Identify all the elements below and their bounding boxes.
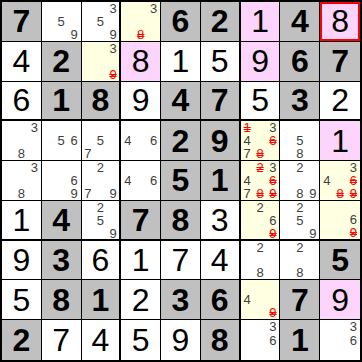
cell-r3c1[interactable]: 6	[2, 82, 42, 122]
empty-candidate-slot	[280, 174, 293, 187]
cell-r7c3[interactable]: 6	[82, 241, 122, 281]
pencil-marks: 69	[42, 161, 81, 200]
empty-candidate-slot	[28, 134, 41, 147]
cell-r9c4[interactable]: 5	[121, 320, 161, 360]
cell-value: 3	[172, 284, 190, 316]
cell-r7c2[interactable]: 3	[42, 241, 82, 281]
cell-r8c1[interactable]: 5	[2, 280, 42, 320]
pencil-marks: 69	[320, 201, 360, 239]
pencil-marks: 134678	[241, 121, 280, 160]
empty-candidate-slot	[320, 187, 333, 200]
empty-candidate-slot	[280, 214, 293, 227]
empty-candidate-slot	[107, 214, 120, 227]
empty-candidate-slot	[2, 134, 15, 147]
cell-r3c7[interactable]: 5	[241, 82, 281, 122]
empty-candidate-slot	[107, 55, 120, 68]
cell-value: 8	[211, 324, 229, 356]
cell-r4c8[interactable]: 58	[280, 121, 320, 161]
empty-candidate-slot	[55, 161, 68, 174]
cell-r9c3[interactable]: 4	[82, 320, 122, 360]
empty-candidate-slot	[241, 306, 254, 319]
cell-r4c2[interactable]: 56	[42, 121, 82, 161]
cell-r9c6[interactable]: 8	[201, 320, 241, 360]
pencil-marks: 49	[241, 280, 280, 319]
cell-value: 1	[52, 84, 70, 116]
eliminated-candidate-2: 2	[254, 161, 267, 174]
cell-r8c6[interactable]: 6	[201, 280, 241, 320]
cell-r4c4[interactable]: 46	[121, 121, 161, 161]
empty-candidate-slot	[320, 201, 333, 213]
empty-candidate-slot	[94, 187, 107, 200]
empty-candidate-slot	[241, 333, 254, 346]
cell-r3c2[interactable]: 1	[42, 82, 82, 122]
candidate-7: 7	[82, 187, 95, 200]
empty-candidate-slot	[134, 134, 147, 147]
cell-r5c6[interactable]: 1	[201, 161, 241, 201]
cell-r7c6[interactable]: 4	[201, 241, 241, 281]
cell-r9c9[interactable]: 36	[320, 320, 360, 360]
candidate-6: 6	[347, 213, 360, 226]
cell-r9c2[interactable]: 7	[42, 320, 82, 360]
empty-candidate-slot	[306, 161, 319, 174]
empty-candidate-slot	[241, 320, 254, 333]
cell-r3c8[interactable]: 3	[280, 82, 320, 122]
empty-candidate-slot	[320, 320, 333, 333]
cell-r7c5[interactable]: 7	[161, 241, 201, 281]
candidate-4: 4	[121, 174, 134, 187]
empty-candidate-slot	[320, 213, 333, 226]
empty-candidate-slot	[121, 187, 134, 200]
cell-r8c8[interactable]: 7	[280, 280, 320, 320]
empty-candidate-slot	[82, 55, 95, 68]
eliminated-candidate-9: 9	[347, 187, 360, 200]
cell-value: 6	[12, 84, 30, 116]
cell-r7c7[interactable]: 28	[241, 241, 281, 281]
cell-value: 6	[211, 284, 229, 316]
cell-value: 8	[172, 204, 190, 236]
cell-r6c7[interactable]: 269	[241, 201, 281, 241]
empty-candidate-slot	[267, 280, 280, 293]
empty-candidate-slot	[306, 201, 319, 214]
cell-value: 5	[172, 164, 190, 196]
cell-r3c5[interactable]: 4	[161, 82, 201, 122]
pencil-marks: 28	[241, 241, 280, 280]
empty-candidate-slot	[42, 174, 55, 187]
empty-candidate-slot	[241, 214, 254, 227]
cell-r6c5[interactable]: 8	[161, 201, 201, 241]
empty-candidate-slot	[42, 161, 55, 174]
empty-candidate-slot	[107, 201, 120, 214]
cell-r4c1[interactable]: 38	[2, 121, 42, 161]
empty-candidate-slot	[306, 214, 319, 227]
cell-value: 1	[172, 45, 190, 77]
empty-candidate-slot	[68, 2, 81, 15]
cell-value: 1	[92, 284, 110, 316]
empty-candidate-slot	[94, 227, 107, 240]
empty-candidate-slot	[306, 174, 319, 187]
cell-r4c9[interactable]: 1	[320, 121, 360, 161]
empty-candidate-slot	[107, 147, 120, 160]
empty-candidate-slot	[55, 187, 68, 200]
empty-candidate-slot	[68, 147, 81, 160]
candidate-9: 9	[68, 28, 81, 41]
cell-r1c8[interactable]: 4	[280, 2, 320, 42]
empty-candidate-slot	[134, 15, 147, 28]
empty-candidate-slot	[55, 174, 68, 187]
empty-candidate-slot	[42, 2, 55, 15]
candidate-6: 6	[347, 333, 360, 346]
empty-candidate-slot	[306, 254, 319, 267]
candidate-9: 9	[306, 187, 319, 200]
cell-r7c4[interactable]: 1	[121, 241, 161, 281]
empty-candidate-slot	[42, 147, 55, 160]
empty-candidate-slot	[55, 2, 68, 15]
cell-value: 5	[331, 244, 349, 276]
cell-r3c9[interactable]: 2	[320, 82, 360, 122]
cell-r2c7[interactable]: 9	[241, 42, 281, 82]
cell-value: 1	[12, 204, 30, 236]
empty-candidate-slot	[347, 201, 360, 213]
candidate-4: 4	[320, 174, 333, 187]
candidate-5: 5	[55, 134, 68, 147]
empty-candidate-slot	[121, 147, 134, 160]
cell-value: 5	[132, 324, 150, 356]
cell-r4c7[interactable]: 134678	[241, 121, 281, 161]
cell-value: 5	[12, 284, 30, 316]
empty-candidate-slot	[2, 187, 15, 200]
pencil-marks: 34689	[320, 161, 360, 200]
pencil-marks: 36	[320, 320, 360, 360]
cell-r2c9[interactable]: 7	[320, 42, 360, 82]
cell-value: 4	[211, 244, 229, 276]
empty-candidate-slot	[280, 201, 293, 214]
pencil-marks: 58	[280, 121, 319, 160]
cell-value: 8	[331, 5, 349, 37]
candidate-2: 2	[293, 241, 306, 254]
cell-r1c4[interactable]: 38	[121, 2, 161, 42]
candidate-2: 2	[293, 201, 306, 214]
cell-r5c5[interactable]: 5	[161, 161, 201, 201]
cell-value: 4	[172, 84, 190, 116]
cell-value: 7	[52, 324, 70, 356]
cell-value: 4	[92, 324, 110, 356]
candidate-9: 9	[107, 187, 120, 200]
empty-candidate-slot	[82, 214, 95, 227]
pencil-marks: 56	[42, 121, 81, 160]
empty-candidate-slot	[320, 347, 333, 360]
candidate-5: 5	[94, 214, 107, 227]
empty-candidate-slot	[254, 121, 267, 134]
cell-value: 6	[291, 45, 309, 77]
cell-value: 9	[132, 84, 150, 116]
cell-r4c6[interactable]: 9	[201, 121, 241, 161]
cell-r6c6[interactable]: 3	[201, 201, 241, 241]
pencil-marks: 259	[280, 201, 319, 239]
empty-candidate-slot	[280, 121, 293, 134]
cell-r2c8[interactable]: 6	[280, 42, 320, 82]
empty-candidate-slot	[107, 121, 120, 134]
empty-candidate-slot	[267, 254, 280, 267]
cell-r8c9[interactable]: 9	[320, 280, 360, 320]
candidate-9: 9	[68, 187, 81, 200]
cell-value: 7	[331, 45, 349, 77]
candidate-6: 6	[147, 174, 160, 187]
empty-candidate-slot	[134, 161, 147, 174]
empty-candidate-slot	[241, 227, 254, 240]
cell-value: 7	[12, 5, 30, 37]
empty-candidate-slot	[55, 28, 68, 41]
cell-r5c3[interactable]: 279	[82, 161, 122, 201]
cell-r1c1[interactable]: 7	[2, 2, 42, 42]
empty-candidate-slot	[121, 15, 134, 28]
empty-candidate-slot	[2, 161, 15, 174]
empty-candidate-slot	[121, 28, 134, 41]
pencil-marks: 38	[2, 121, 41, 160]
cell-r1c2[interactable]: 59	[42, 2, 82, 42]
empty-candidate-slot	[254, 347, 267, 360]
empty-candidate-slot	[147, 147, 160, 160]
cell-value: 4	[52, 204, 70, 236]
pencil-marks: 289	[280, 161, 319, 200]
empty-candidate-slot	[121, 2, 134, 15]
cell-r7c9[interactable]: 5	[320, 241, 360, 281]
empty-candidate-slot	[267, 201, 280, 214]
cell-value: 3	[291, 84, 309, 116]
cell-r2c2[interactable]: 2	[42, 42, 82, 82]
pencil-marks: 46	[121, 161, 160, 200]
cell-r8c5[interactable]: 3	[161, 280, 201, 320]
cell-value: 8	[92, 84, 110, 116]
empty-candidate-slot	[42, 134, 55, 147]
cell-value: 1	[251, 5, 269, 37]
cell-r9c7[interactable]: 36	[241, 320, 281, 360]
cell-value: 2	[172, 125, 190, 157]
cell-r5c9[interactable]: 34689	[320, 161, 360, 201]
candidate-3: 3	[147, 2, 160, 15]
empty-candidate-slot	[82, 2, 95, 15]
empty-candidate-slot	[107, 134, 120, 147]
empty-candidate-slot	[241, 254, 254, 267]
empty-candidate-slot	[2, 121, 15, 134]
empty-candidate-slot	[267, 347, 280, 360]
empty-candidate-slot	[134, 121, 147, 134]
cell-value: 9	[172, 324, 190, 356]
pencil-marks: 38	[2, 161, 41, 200]
cell-value: 2	[211, 5, 229, 37]
cell-r8c7[interactable]: 49	[241, 280, 281, 320]
cell-r5c7[interactable]: 2346789	[241, 161, 281, 201]
cell-r2c1[interactable]: 4	[2, 42, 42, 82]
empty-candidate-slot	[82, 15, 95, 28]
empty-candidate-slot	[306, 147, 319, 160]
candidate-2: 2	[293, 161, 306, 174]
empty-candidate-slot	[241, 201, 254, 214]
empty-candidate-slot	[254, 227, 267, 240]
empty-candidate-slot	[333, 333, 346, 346]
empty-candidate-slot	[134, 2, 147, 15]
candidate-3: 3	[347, 320, 360, 333]
pencil-marks: 279	[82, 161, 120, 200]
empty-candidate-slot	[82, 28, 95, 41]
cell-r6c9[interactable]: 69	[320, 201, 360, 241]
eliminated-candidate-9: 9	[267, 187, 280, 200]
empty-candidate-slot	[267, 266, 280, 279]
candidate-2: 2	[94, 201, 107, 214]
empty-candidate-slot	[333, 226, 346, 239]
empty-candidate-slot	[28, 147, 41, 160]
cell-r1c3[interactable]: 359	[82, 2, 122, 42]
empty-candidate-slot	[241, 241, 254, 254]
cell-value: 2	[52, 45, 70, 77]
candidate-3: 3	[28, 121, 41, 134]
pencil-marks: 39	[82, 42, 120, 81]
empty-candidate-slot	[2, 174, 15, 187]
cell-r5c2[interactable]: 69	[42, 161, 82, 201]
sudoku-board: 7593593862148423981596761894753238565746…	[0, 0, 362, 362]
cell-r2c3[interactable]: 39	[82, 42, 122, 82]
empty-candidate-slot	[42, 187, 55, 200]
candidate-6: 6	[267, 214, 280, 227]
empty-candidate-slot	[147, 187, 160, 200]
empty-candidate-slot	[333, 161, 346, 174]
empty-candidate-slot	[68, 161, 81, 174]
empty-candidate-slot	[42, 121, 55, 134]
cell-r6c3[interactable]: 259	[82, 201, 122, 241]
candidate-2: 2	[254, 241, 267, 254]
candidate-2: 2	[254, 201, 267, 214]
empty-candidate-slot	[147, 15, 160, 28]
candidate-9: 9	[107, 28, 120, 41]
candidate-5: 5	[94, 15, 107, 28]
pencil-marks: 46	[121, 121, 160, 160]
empty-candidate-slot	[94, 174, 107, 187]
cell-value: 4	[12, 45, 30, 77]
candidate-7: 7	[241, 187, 254, 200]
cell-r7c1[interactable]: 9	[2, 241, 42, 281]
empty-candidate-slot	[333, 320, 346, 333]
cell-r5c8[interactable]: 289	[280, 161, 320, 201]
empty-candidate-slot	[280, 187, 293, 200]
cell-value: 5	[211, 45, 229, 77]
candidate-5: 5	[293, 214, 306, 227]
cell-r8c3[interactable]: 1	[82, 280, 122, 320]
empty-candidate-slot	[134, 174, 147, 187]
cell-r4c5[interactable]: 2	[161, 121, 201, 161]
candidate-5: 5	[94, 134, 107, 147]
eliminated-candidate-6: 6	[267, 134, 280, 147]
cell-r6c8[interactable]: 259	[280, 201, 320, 241]
empty-candidate-slot	[320, 333, 333, 346]
cell-value: 2	[12, 324, 30, 356]
cell-r3c4[interactable]: 9	[121, 82, 161, 122]
empty-candidate-slot	[134, 147, 147, 160]
empty-candidate-slot	[254, 333, 267, 346]
cell-r6c2[interactable]: 4	[42, 201, 82, 241]
empty-candidate-slot	[147, 28, 160, 41]
cell-r9c8[interactable]: 1	[280, 320, 320, 360]
cell-r9c1[interactable]: 2	[2, 320, 42, 360]
pencil-marks: 269	[241, 201, 280, 239]
candidate-7: 7	[241, 147, 254, 160]
cell-r9c5[interactable]: 9	[161, 320, 201, 360]
candidate-6: 6	[147, 134, 160, 147]
empty-candidate-slot	[254, 320, 267, 333]
cell-r1c5[interactable]: 6	[161, 2, 201, 42]
empty-candidate-slot	[306, 121, 319, 134]
cell-r6c1[interactable]: 1	[2, 201, 42, 241]
cell-r1c6[interactable]: 2	[201, 2, 241, 42]
cell-value: 3	[211, 204, 229, 236]
cell-r6c4[interactable]: 7	[121, 201, 161, 241]
cell-value: 5	[251, 84, 269, 116]
empty-candidate-slot	[15, 121, 28, 134]
cell-r8c4[interactable]: 2	[121, 280, 161, 320]
cell-value: 8	[132, 45, 150, 77]
cell-value: 9	[12, 244, 30, 276]
candidate-9: 9	[107, 227, 120, 240]
empty-candidate-slot	[280, 254, 293, 267]
empty-candidate-slot	[107, 174, 120, 187]
pencil-marks: 259	[82, 201, 120, 239]
cell-value: 9	[331, 284, 349, 316]
candidate-9: 9	[306, 227, 319, 240]
candidate-8: 8	[15, 147, 28, 160]
candidate-8: 8	[254, 266, 267, 279]
eliminated-candidate-9: 9	[267, 306, 280, 319]
empty-candidate-slot	[94, 147, 107, 160]
empty-candidate-slot	[2, 147, 15, 160]
empty-candidate-slot	[94, 68, 107, 81]
empty-candidate-slot	[254, 214, 267, 227]
empty-candidate-slot	[267, 147, 280, 160]
cell-value: 2	[331, 84, 349, 116]
cell-r1c9[interactable]: 8	[320, 2, 360, 42]
empty-candidate-slot	[68, 15, 81, 28]
cell-r1c7[interactable]: 1	[241, 2, 281, 42]
empty-candidate-slot	[254, 306, 267, 319]
empty-candidate-slot	[134, 187, 147, 200]
cell-value: 6	[92, 244, 110, 276]
candidate-5: 5	[55, 15, 68, 28]
candidate-4: 4	[121, 134, 134, 147]
cell-value: 2	[132, 284, 150, 316]
cell-r2c4[interactable]: 8	[121, 42, 161, 82]
cell-r2c6[interactable]: 5	[201, 42, 241, 82]
empty-candidate-slot	[42, 28, 55, 41]
cell-value: 1	[331, 125, 349, 157]
cell-r3c3[interactable]: 8	[82, 82, 122, 122]
cell-r5c1[interactable]: 38	[2, 161, 42, 201]
candidate-3: 3	[107, 2, 120, 15]
empty-candidate-slot	[82, 68, 95, 81]
cell-r4c3[interactable]: 57	[82, 121, 122, 161]
empty-candidate-slot	[94, 42, 107, 55]
cell-value: 1	[211, 164, 229, 196]
candidate-8: 8	[293, 147, 306, 160]
cell-r8c2[interactable]: 8	[42, 280, 82, 320]
candidate-8: 8	[15, 187, 28, 200]
cell-r3c6[interactable]: 7	[201, 82, 241, 122]
empty-candidate-slot	[28, 187, 41, 200]
empty-candidate-slot	[15, 174, 28, 187]
cell-value: 1	[132, 244, 150, 276]
cell-r2c5[interactable]: 1	[161, 42, 201, 82]
empty-candidate-slot	[55, 147, 68, 160]
empty-candidate-slot	[306, 266, 319, 279]
cell-r5c4[interactable]: 46	[121, 161, 161, 201]
cell-r7c8[interactable]: 28	[280, 241, 320, 281]
empty-candidate-slot	[293, 227, 306, 240]
